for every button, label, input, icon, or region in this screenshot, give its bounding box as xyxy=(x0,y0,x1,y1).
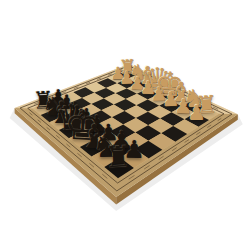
piece-white-pawn: ♟ xyxy=(187,103,206,124)
pieces-layer: ♜♞♝♛♚♝♞♜♟♟♟♟♟♟♟♟♟♟♟♟♟♟♟♟♜♞♝♛♚♝♞♜ xyxy=(0,0,250,250)
chess-set-photo: ♜♞♝♛♚♝♞♜♟♟♟♟♟♟♟♟♟♟♟♟♟♟♟♟♜♞♝♛♚♝♞♜ xyxy=(0,0,250,250)
piece-black-rook: ♜ xyxy=(104,142,133,174)
